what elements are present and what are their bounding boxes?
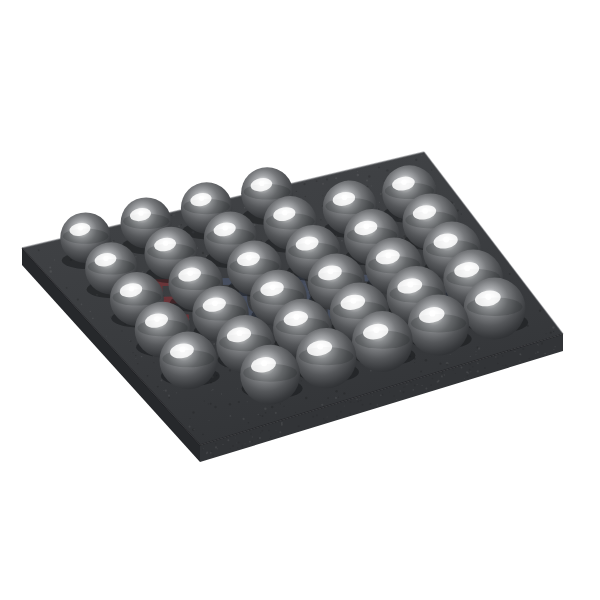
ball-specular-core [328, 268, 334, 274]
ball-specular-core [237, 330, 243, 336]
ball-specular-core [259, 181, 264, 186]
ball-specular-core [199, 196, 204, 201]
ball-specular-core [342, 195, 347, 200]
ball-specular-core [103, 256, 108, 261]
ball-specular-core [138, 211, 143, 216]
ball-specular-core [246, 255, 252, 261]
ball-specular-core [78, 226, 83, 231]
ball-specular-core [407, 281, 413, 287]
ball-specular-core [282, 210, 287, 215]
ball-specular-core [443, 237, 449, 243]
ball-specular-core [317, 344, 323, 350]
ball-specular-core [429, 310, 435, 316]
bga-chip-render: ETOMSON [0, 0, 600, 600]
ball-specular-core [401, 180, 406, 185]
product-image: ETOMSON [0, 0, 600, 600]
ball-specular-core [364, 224, 370, 230]
ball-specular-core [464, 265, 470, 271]
ball-specular-core [163, 241, 168, 246]
ball-specular-core [386, 253, 392, 259]
ball-specular-core [422, 208, 428, 214]
ball-specular-core [129, 286, 134, 291]
ball-specular-core [223, 225, 228, 230]
ball-specular-core [373, 327, 379, 333]
ball-specular-core [261, 360, 267, 366]
ball-specular-core [270, 285, 276, 291]
ball-specular-core [305, 239, 311, 245]
ball-specular-core [154, 316, 160, 322]
ball-specular-core [180, 347, 186, 353]
ball-specular-core [485, 294, 491, 300]
ball-specular-core [294, 314, 300, 320]
ball-specular-core [188, 271, 193, 276]
ball-specular-core [350, 298, 356, 304]
ball-specular-core [212, 300, 218, 306]
